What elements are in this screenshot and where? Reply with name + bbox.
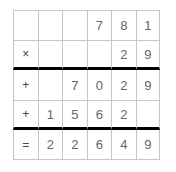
- multiplicand-digit: 8: [111, 10, 136, 40]
- partial-product-1-digit: 2: [111, 70, 136, 100]
- product-digit: 6: [87, 130, 112, 160]
- partial-product-1-digit: 7: [62, 70, 87, 100]
- partial-product-1-digit: 9: [136, 70, 161, 100]
- product-digit: 4: [111, 130, 136, 160]
- partial-product-1-digit: 0: [87, 70, 112, 100]
- multiplication-grid: 7 8 1 × 2 9 + 7 0 2 9 + 1 5 6 2 = 2 2 6 …: [13, 10, 176, 160]
- grid-cell: [38, 40, 63, 70]
- multiplier-digit: 9: [136, 40, 161, 70]
- product-digit: 9: [136, 130, 161, 160]
- multiplier-digit: 2: [111, 40, 136, 70]
- grid-cell: [38, 10, 63, 40]
- partial-product-2-digit: 1: [38, 100, 63, 130]
- product-digit: 2: [38, 130, 63, 160]
- partial-product-2-digit: 2: [111, 100, 136, 130]
- multiplicand-digit: 1: [136, 10, 161, 40]
- grid-cell: [87, 40, 112, 70]
- grid-cell: [136, 100, 161, 130]
- plus-operator: +: [13, 100, 38, 130]
- partial-product-2-digit: 6: [87, 100, 112, 130]
- multiply-operator: ×: [13, 40, 38, 70]
- product-digit: 2: [62, 130, 87, 160]
- partial-product-2-digit: 5: [62, 100, 87, 130]
- grid-cell: [62, 40, 87, 70]
- multiplicand-digit: 7: [87, 10, 112, 40]
- equals-operator: =: [13, 130, 38, 160]
- grid-cell: [38, 70, 63, 100]
- grid-cell: [13, 10, 38, 40]
- plus-operator: +: [13, 70, 38, 100]
- grid-cell: [62, 10, 87, 40]
